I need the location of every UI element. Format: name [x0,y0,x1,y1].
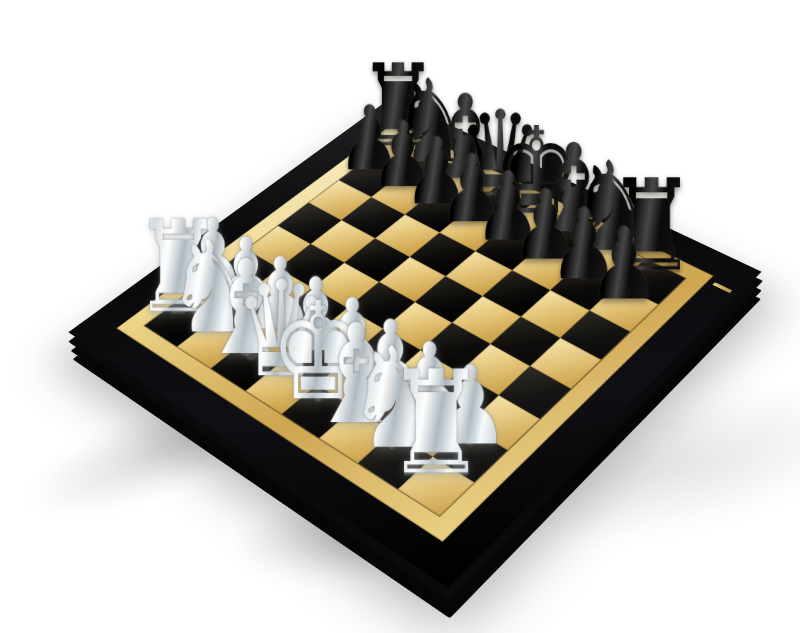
board-gold-border-band: ♜♞♝♛♚♝♞♜♟♟♟♟♟♟♟♟♟♟♟♟♟♟♟♟♜♞♝♛♚♝♞♜ [116,122,713,542]
piece-black-pawn-h7: ♟ [588,214,659,314]
chessboard-3d-wrapper: ♜♞♝♛♚♝♞♜♟♟♟♟♟♟♟♟♟♟♟♟♟♟♟♟♜♞♝♛♚♝♞♜ [169,56,661,548]
piece-white-rook-h1: ♜ [385,352,487,494]
board-frame: ♜♞♝♛♚♝♞♜♟♟♟♟♟♟♟♟♟♟♟♟♟♟♟♟♜♞♝♛♚♝♞♜ [68,98,761,589]
chessboard: ♜♞♝♛♚♝♞♜♟♟♟♟♟♟♟♟♟♟♟♟♟♟♟♟♜♞♝♛♚♝♞♜ [68,98,761,589]
maker-mark [712,282,732,293]
product-photo: ♜♞♝♛♚♝♞♜♟♟♟♟♟♟♟♟♟♟♟♟♟♟♟♟♜♞♝♛♚♝♞♜ [0,0,800,633]
square-h1: ♜ [398,457,474,516]
square-h7: ♟ [590,284,659,332]
